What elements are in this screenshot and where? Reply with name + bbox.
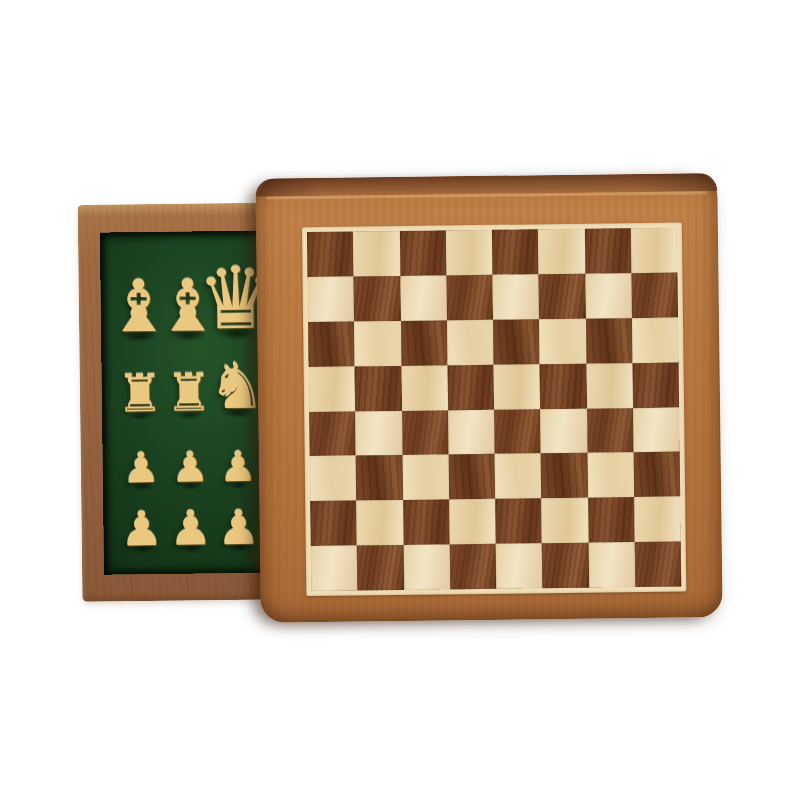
board-square [587,408,634,453]
board-square [584,228,631,273]
board-square [399,230,446,275]
board-square [588,542,635,587]
board-square [588,497,635,542]
tray-piece-pawn: ♟ [217,503,261,552]
board-square [540,408,587,453]
board-square [402,455,449,500]
board-square [586,363,633,408]
tray-piece-pawn: ♟ [120,504,164,553]
board-square [449,499,496,544]
board-square [492,274,539,319]
board-square [541,453,588,498]
board-square [353,231,400,276]
board-square [401,365,448,410]
board-square [355,410,402,455]
tray-piece-pawn: ♟ [219,446,257,488]
board-square [311,546,358,591]
board-square [631,272,678,317]
board-square [494,364,541,409]
board-square [540,363,587,408]
board-square [355,366,402,411]
board-square [493,319,540,364]
board-square [448,409,495,454]
product-photo: ♝♝♛♜♜♞♟♟♟♟♟♟ [0,0,800,800]
board-square [450,544,497,589]
board-square [403,500,450,545]
board-square [307,232,354,277]
board-square [448,454,495,499]
board-square [585,273,632,318]
board-square [446,230,493,275]
board-square [633,407,680,452]
tray-piece-pawn: ♟ [169,503,213,552]
board-square [400,275,447,320]
board-square [402,410,449,455]
board-square [538,229,585,274]
tray-piece-pawn: ♟ [171,446,209,488]
board-square [634,497,681,542]
board-square [632,317,679,362]
board-square [354,276,401,321]
board-square [447,320,494,365]
tray-piece-rook: ♜ [116,367,163,420]
tray-piece-pawn: ♟ [122,447,160,489]
board-square [587,453,634,498]
board-square [539,318,586,363]
board-square [586,318,633,363]
board-square [446,275,493,320]
board-square [542,543,589,588]
board-square [631,228,678,273]
board-square [310,501,357,546]
board-square [310,456,357,501]
chess-box-set: ♝♝♛♜♜♞♟♟♟♟♟♟ [0,0,800,800]
board-square [401,320,448,365]
board-square [541,498,588,543]
board-square [309,411,356,456]
board-square [496,543,543,588]
chess-board [307,228,681,591]
board-square [354,321,401,366]
board-square [495,454,542,499]
board-square [447,364,494,409]
board-square [495,499,542,544]
board-square [356,455,403,500]
board-square [308,321,355,366]
tray-piece-rook: ♜ [165,366,212,419]
board-square [356,500,403,545]
board-square [539,274,586,319]
board-square [634,542,681,587]
board-maple-border [302,223,686,597]
board-square [357,545,404,590]
board-square [492,229,539,274]
drawer-felt: ♝♝♛♜♜♞♟♟♟♟♟♟ [100,231,274,575]
board-square [309,366,356,411]
board-square [494,409,541,454]
board-square [632,362,679,407]
board-square [307,276,354,321]
board-square [633,452,680,497]
piece-drawer: ♝♝♛♜♜♞♟♟♟♟♟♟ [78,203,275,602]
board-square [403,545,450,590]
chess-box [255,173,722,623]
